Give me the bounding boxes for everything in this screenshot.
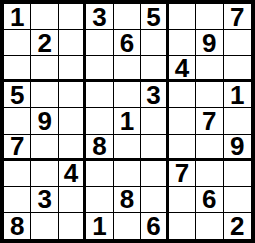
cell-r5c6[interactable] — [141, 108, 168, 134]
cell-r8c1[interactable] — [4, 187, 31, 213]
sudoku-board: 13572694531917789473868162 — [0, 0, 255, 243]
cell-r2c4[interactable] — [86, 30, 113, 56]
cell-r5c3[interactable] — [59, 108, 86, 134]
cell-r9c6[interactable]: 6 — [141, 213, 168, 239]
cell-r6c5[interactable] — [114, 135, 141, 161]
cell-r2c8[interactable]: 9 — [196, 30, 223, 56]
cell-r8c3[interactable] — [59, 187, 86, 213]
cell-r8c9[interactable] — [224, 187, 251, 213]
cell-r8c2[interactable]: 3 — [31, 187, 58, 213]
cell-r9c5[interactable] — [114, 213, 141, 239]
cell-r7c6[interactable] — [141, 161, 168, 187]
cell-r6c8[interactable] — [196, 135, 223, 161]
cell-r4c7[interactable] — [169, 82, 196, 108]
cell-r2c2[interactable]: 2 — [31, 30, 58, 56]
cell-r7c8[interactable] — [196, 161, 223, 187]
cell-r6c6[interactable] — [141, 135, 168, 161]
cell-r4c5[interactable] — [114, 82, 141, 108]
cell-r9c7[interactable] — [169, 213, 196, 239]
cell-r3c5[interactable] — [114, 56, 141, 82]
cell-r6c2[interactable] — [31, 135, 58, 161]
cell-r9c3[interactable] — [59, 213, 86, 239]
cell-r4c3[interactable] — [59, 82, 86, 108]
cell-r5c2[interactable]: 9 — [31, 108, 58, 134]
cell-r7c9[interactable] — [224, 161, 251, 187]
cell-r7c7[interactable]: 7 — [169, 161, 196, 187]
cell-r6c4[interactable]: 8 — [86, 135, 113, 161]
cell-r4c8[interactable] — [196, 82, 223, 108]
cell-r8c6[interactable] — [141, 187, 168, 213]
cell-r7c3[interactable]: 4 — [59, 161, 86, 187]
cell-r1c3[interactable] — [59, 4, 86, 30]
cell-r1c7[interactable] — [169, 4, 196, 30]
cell-r4c4[interactable] — [86, 82, 113, 108]
cell-r2c9[interactable] — [224, 30, 251, 56]
cell-r8c4[interactable] — [86, 187, 113, 213]
cell-r3c8[interactable] — [196, 56, 223, 82]
cell-r3c4[interactable] — [86, 56, 113, 82]
cell-r5c8[interactable]: 7 — [196, 108, 223, 134]
cell-r8c5[interactable]: 8 — [114, 187, 141, 213]
cell-r9c2[interactable] — [31, 213, 58, 239]
cell-r4c2[interactable] — [31, 82, 58, 108]
cell-r5c4[interactable] — [86, 108, 113, 134]
cell-r1c9[interactable]: 7 — [224, 4, 251, 30]
cell-r1c5[interactable] — [114, 4, 141, 30]
cell-r3c2[interactable] — [31, 56, 58, 82]
cell-r6c9[interactable]: 9 — [224, 135, 251, 161]
cell-r2c3[interactable] — [59, 30, 86, 56]
cell-r6c7[interactable] — [169, 135, 196, 161]
cell-r8c7[interactable] — [169, 187, 196, 213]
cell-r2c6[interactable] — [141, 30, 168, 56]
cell-r8c8[interactable]: 6 — [196, 187, 223, 213]
cell-r5c5[interactable]: 1 — [114, 108, 141, 134]
cell-r9c4[interactable]: 1 — [86, 213, 113, 239]
cell-r4c1[interactable]: 5 — [4, 82, 31, 108]
cell-r7c5[interactable] — [114, 161, 141, 187]
cell-r2c5[interactable]: 6 — [114, 30, 141, 56]
cell-r1c2[interactable] — [31, 4, 58, 30]
cell-r5c9[interactable] — [224, 108, 251, 134]
cell-r3c3[interactable] — [59, 56, 86, 82]
cell-r9c1[interactable]: 8 — [4, 213, 31, 239]
cell-r7c1[interactable] — [4, 161, 31, 187]
cell-r1c6[interactable]: 5 — [141, 4, 168, 30]
cell-r7c2[interactable] — [31, 161, 58, 187]
cell-r5c7[interactable] — [169, 108, 196, 134]
cell-r2c7[interactable] — [169, 30, 196, 56]
cell-r3c1[interactable] — [4, 56, 31, 82]
cell-r1c1[interactable]: 1 — [4, 4, 31, 30]
cell-r6c1[interactable]: 7 — [4, 135, 31, 161]
cell-r1c8[interactable] — [196, 4, 223, 30]
cell-r9c9[interactable]: 2 — [224, 213, 251, 239]
cell-r4c6[interactable]: 3 — [141, 82, 168, 108]
cell-r9c8[interactable] — [196, 213, 223, 239]
cell-r1c4[interactable]: 3 — [86, 4, 113, 30]
cell-r5c1[interactable] — [4, 108, 31, 134]
cell-r3c7[interactable]: 4 — [169, 56, 196, 82]
cell-r3c9[interactable] — [224, 56, 251, 82]
cell-r2c1[interactable] — [4, 30, 31, 56]
cell-r3c6[interactable] — [141, 56, 168, 82]
cell-r6c3[interactable] — [59, 135, 86, 161]
cell-r4c9[interactable]: 1 — [224, 82, 251, 108]
cell-r7c4[interactable] — [86, 161, 113, 187]
